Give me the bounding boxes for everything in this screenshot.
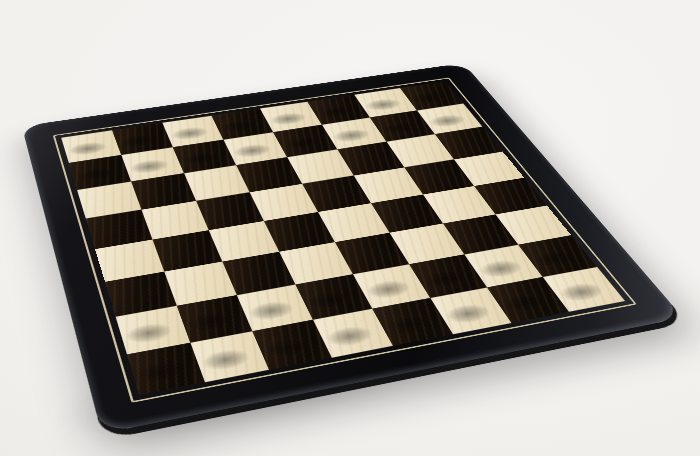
perspective-scene: ♜♞♝♛♚♝♞♜♟♟♟♟♟♟♟♟♟♟♟♟♟♟♟♟♜♞♝♛♚♝♞♜	[0, 0, 700, 456]
chess-board: ♜♞♝♛♚♝♞♜♟♟♟♟♟♟♟♟♟♟♟♟♟♟♟♟♜♞♝♛♚♝♞♜	[22, 63, 683, 434]
white-rook[interactable]: ♜	[51, 282, 281, 373]
product-photo-backdrop: ♜♞♝♛♚♝♞♜♟♟♟♟♟♟♟♟♟♟♟♟♟♟♟♟♜♞♝♛♚♝♞♜	[0, 0, 700, 456]
playing-area: ♜♞♝♛♚♝♞♜♟♟♟♟♟♟♟♟♟♟♟♟♟♟♟♟♜♞♝♛♚♝♞♜	[61, 82, 625, 395]
black-pawn[interactable]: ♟	[6, 109, 193, 176]
